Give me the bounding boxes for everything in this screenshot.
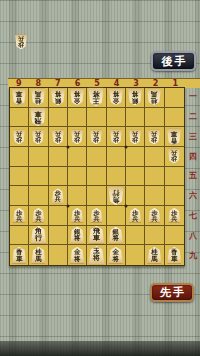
shogi-piece[interactable]: 桂馬 [31,247,45,264]
board-cell[interactable] [49,245,68,265]
board-cell[interactable] [145,147,164,167]
board-cell[interactable] [165,108,184,128]
board-cell[interactable]: 金将 [68,88,87,108]
board-cell[interactable]: 金将 [107,88,126,108]
board-cell[interactable] [29,147,48,167]
board-cell[interactable] [145,186,164,206]
board-cell[interactable] [165,226,184,246]
board-cell[interactable] [126,147,145,167]
shogi-piece[interactable]: 桂馬 [147,247,161,264]
rank-label: 八 [186,226,200,246]
board-cell[interactable]: 歩兵 [29,127,48,147]
board-cell[interactable]: 歩兵 [49,186,68,206]
board-cell[interactable] [87,186,106,206]
shogi-piece[interactable]: 歩兵 [90,129,102,144]
board-cell[interactable] [87,108,106,128]
board-cell[interactable]: 銀将 [126,88,145,108]
board-cell[interactable] [107,108,126,128]
shogi-piece[interactable]: 歩兵 [148,208,160,223]
board-cell[interactable]: 歩兵 [49,127,68,147]
board-cell[interactable] [87,167,106,187]
board-cell[interactable]: 角行 [107,186,126,206]
rank-label: 七 [186,206,200,226]
shogi-piece[interactable]: 歩兵 [13,208,25,223]
rank-label: 二 [186,107,200,127]
board-cell[interactable]: 歩兵 [68,127,87,147]
shogi-piece[interactable]: 銀将 [109,226,123,243]
board-cell[interactable] [165,88,184,108]
board-cell[interactable]: 歩兵 [68,206,87,226]
board-cell[interactable]: 歩兵 [87,206,106,226]
shogi-piece[interactable]: 歩兵 [52,188,64,203]
gote-player-badge: 後手 [151,51,196,71]
shogi-piece[interactable]: 角行 [108,186,124,205]
star-point [125,205,128,208]
board-cell[interactable] [49,147,68,167]
board-cell[interactable] [49,167,68,187]
board-cell[interactable] [145,226,164,246]
shogi-piece[interactable]: 歩兵 [90,208,102,223]
board-cell[interactable] [126,167,145,187]
board-cell[interactable]: 歩兵 [29,206,48,226]
shogi-piece[interactable]: 歩兵 [110,129,122,144]
board-cell[interactable] [68,167,87,187]
shogi-piece[interactable]: 飛車 [31,108,47,127]
rank-labels: 一二三四五六七八九 [186,87,200,266]
star-point [125,146,128,149]
shogi-piece[interactable]: 玉将 [89,246,105,265]
board-cell[interactable] [10,147,29,167]
shogi-piece[interactable]: 角行 [31,226,47,245]
rank-label: 三 [186,127,200,147]
board-cell[interactable] [49,226,68,246]
board-cell[interactable]: 桂馬 [29,245,48,265]
board-cell[interactable]: 桂馬 [29,88,48,108]
sente-player-badge: 先手 [150,283,194,302]
board-cell[interactable]: 桂馬 [145,88,164,108]
star-point [67,146,70,149]
board-cell[interactable]: 金将 [68,245,87,265]
shogi-piece[interactable]: 歩兵 [129,129,141,144]
board-cell[interactable]: 玉将 [87,245,106,265]
board-cell[interactable]: 歩兵 [10,206,29,226]
board-cell[interactable]: 飛車 [87,226,106,246]
shogi-piece[interactable]: 歩兵 [71,208,83,223]
board-cell[interactable] [49,206,68,226]
shogi-piece[interactable]: 金将 [70,247,84,264]
board-cell[interactable]: 歩兵 [87,127,106,147]
shogi-piece[interactable]: 歩兵 [52,129,64,144]
shogi-piece[interactable]: 銀将 [70,226,84,243]
board-cell[interactable] [10,226,29,246]
shogi-piece[interactable]: 金将 [70,89,84,106]
gote-label: 後手 [160,54,188,69]
board-cell[interactable] [68,147,87,167]
board-cell[interactable] [126,226,145,246]
shogi-piece[interactable]: 歩兵 [71,129,83,144]
rank-label: 一 [186,87,200,107]
board-cell[interactable]: 歩兵 [145,206,164,226]
board-cell[interactable]: 歩兵 [107,127,126,147]
board-cell[interactable] [10,186,29,206]
board-cell[interactable]: 歩兵 [126,127,145,147]
board-cell[interactable] [10,108,29,128]
gote-hand-tray: 歩兵 [15,34,27,50]
board-cell[interactable]: 歩兵 [126,206,145,226]
shogi-piece[interactable]: 銀将 [51,89,65,106]
board-cell[interactable] [107,147,126,167]
board-cell[interactable]: 歩兵 [165,206,184,226]
shogi-piece[interactable]: 金将 [109,247,123,264]
board-cell[interactable] [145,167,164,187]
board-cell[interactable] [165,167,184,187]
shogi-piece[interactable]: 香車 [12,247,26,264]
rank-label: 九 [186,246,200,266]
shogi-piece[interactable]: 歩兵 [13,129,25,144]
board-cell[interactable] [49,108,68,128]
board-cell[interactable] [145,108,164,128]
game-screen: 歩兵 後手 987654321 香車桂馬銀将金将王将金将銀将桂馬飛車歩兵歩兵歩兵… [0,0,200,356]
board-cell[interactable]: 香車 [10,88,29,108]
shogi-piece[interactable]: 歩兵 [32,129,44,144]
board-cell[interactable]: 香車 [165,127,184,147]
shogi-piece[interactable]: 金将 [109,89,123,106]
board-cell[interactable]: 香車 [10,245,29,265]
board-cell[interactable] [107,167,126,187]
board-cell[interactable]: 銀将 [68,226,87,246]
shogi-piece[interactable]: 歩兵 [15,35,27,50]
board-cell[interactable] [68,108,87,128]
board-cell[interactable] [165,186,184,206]
board-cell[interactable]: 王将 [87,88,106,108]
shogi-piece[interactable]: 歩兵 [168,208,180,223]
board-cell[interactable] [107,206,126,226]
rank-label: 五 [186,167,200,187]
board-cell[interactable]: 銀将 [49,88,68,108]
board-cell[interactable]: 飛車 [29,108,48,128]
shogi-piece[interactable]: 歩兵 [32,208,44,223]
sente-label: 先手 [158,285,186,300]
shogi-piece[interactable]: 香車 [167,247,181,264]
shogi-piece[interactable]: 歩兵 [148,129,160,144]
board-cell[interactable]: 歩兵 [145,127,164,147]
board-cell[interactable] [126,186,145,206]
shogi-board: 香車桂馬銀将金将王将金将銀将桂馬飛車歩兵歩兵歩兵歩兵歩兵歩兵歩兵歩兵香車歩兵歩兵… [9,87,185,266]
board-cell[interactable] [126,245,145,265]
board-cell[interactable]: 桂馬 [145,245,164,265]
shogi-piece[interactable]: 桂馬 [31,89,45,106]
board-cell[interactable]: 角行 [29,226,48,246]
board-cell[interactable]: 金将 [107,245,126,265]
board-cell[interactable] [29,167,48,187]
rank-label: 四 [186,147,200,167]
board-cell[interactable]: 歩兵 [165,147,184,167]
board-cell[interactable]: 香車 [165,245,184,265]
board-cell[interactable] [87,147,106,167]
board-cell[interactable]: 歩兵 [10,127,29,147]
shogi-piece[interactable]: 歩兵 [168,149,180,164]
shogi-piece[interactable]: 銀将 [128,89,142,106]
board-cell[interactable] [68,186,87,206]
board-cell[interactable] [126,108,145,128]
shogi-piece[interactable]: 歩兵 [129,208,141,223]
board-cell[interactable] [10,167,29,187]
rank-label: 六 [186,186,200,206]
shogi-piece[interactable]: 桂馬 [147,89,161,106]
star-point [67,205,70,208]
shogi-piece[interactable]: 王将 [89,88,105,107]
shogi-piece[interactable]: 香車 [12,89,26,106]
bottom-bar [0,341,200,356]
shogi-piece[interactable]: 飛車 [89,226,105,245]
board-cell[interactable]: 銀将 [107,226,126,246]
board-cell[interactable] [29,186,48,206]
shogi-piece[interactable]: 香車 [167,128,181,145]
board-grid: 香車桂馬銀将金将王将金将銀将桂馬飛車歩兵歩兵歩兵歩兵歩兵歩兵歩兵歩兵香車歩兵歩兵… [10,88,184,265]
